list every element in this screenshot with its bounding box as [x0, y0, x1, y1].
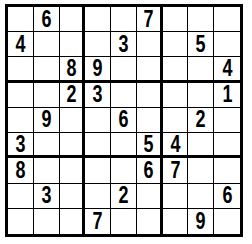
- cell-given-r5c5: 6: [111, 108, 137, 133]
- given-digit: 3: [93, 83, 103, 106]
- cell-given-r7c7: 7: [163, 158, 189, 183]
- given-digit: 8: [15, 159, 25, 182]
- cell-given-r5c8: 2: [188, 108, 214, 133]
- cell-given-r8c5: 2: [111, 184, 137, 209]
- given-digit: 9: [93, 57, 103, 80]
- cell-empty-r2c2[interactable]: [34, 32, 60, 57]
- cell-given-r2c1: 4: [8, 32, 34, 57]
- cell-empty-r3c8[interactable]: [188, 57, 214, 82]
- cell-given-r7c6: 6: [137, 158, 163, 183]
- given-digit: 5: [143, 133, 153, 156]
- cell-empty-r3c7[interactable]: [163, 57, 189, 82]
- cell-empty-r6c3[interactable]: [60, 133, 86, 158]
- cell-empty-r7c3[interactable]: [60, 158, 86, 183]
- given-digit: 4: [222, 57, 232, 80]
- cell-empty-r1c9[interactable]: [214, 7, 240, 32]
- cell-given-r9c8: 9: [188, 209, 214, 234]
- given-digit: 3: [15, 133, 25, 156]
- cell-empty-r9c5[interactable]: [111, 209, 137, 234]
- given-digit: 6: [41, 8, 51, 31]
- cell-empty-r5c7[interactable]: [163, 108, 189, 133]
- cell-given-r3c9: 4: [214, 57, 240, 82]
- given-digit: 6: [222, 184, 232, 207]
- cell-empty-r9c1[interactable]: [8, 209, 34, 234]
- cell-empty-r1c7[interactable]: [163, 7, 189, 32]
- given-digit: 1: [222, 83, 232, 106]
- cell-empty-r6c2[interactable]: [34, 133, 60, 158]
- given-digit: 7: [93, 210, 103, 233]
- cell-given-r1c2: 6: [34, 7, 60, 32]
- given-digit: 2: [196, 108, 206, 131]
- cell-empty-r9c7[interactable]: [163, 209, 189, 234]
- cell-given-r6c6: 5: [137, 133, 163, 158]
- cell-empty-r4c5[interactable]: [111, 83, 137, 108]
- cell-empty-r8c6[interactable]: [137, 184, 163, 209]
- cell-empty-r9c6[interactable]: [137, 209, 163, 234]
- cell-empty-r1c5[interactable]: [111, 7, 137, 32]
- given-digit: 7: [170, 159, 180, 182]
- given-digit: 9: [196, 210, 206, 233]
- cell-empty-r8c8[interactable]: [188, 184, 214, 209]
- cell-empty-r2c3[interactable]: [60, 32, 86, 57]
- given-digit: 3: [119, 33, 129, 56]
- cell-given-r4c4: 3: [85, 83, 111, 108]
- cell-empty-r4c7[interactable]: [163, 83, 189, 108]
- cell-empty-r7c8[interactable]: [188, 158, 214, 183]
- cell-empty-r1c3[interactable]: [60, 7, 86, 32]
- cell-empty-r2c7[interactable]: [163, 32, 189, 57]
- cell-empty-r3c2[interactable]: [34, 57, 60, 82]
- cell-empty-r9c9[interactable]: [214, 209, 240, 234]
- cell-given-r5c2: 9: [34, 108, 60, 133]
- cell-empty-r3c6[interactable]: [137, 57, 163, 82]
- cell-empty-r6c4[interactable]: [85, 133, 111, 158]
- cell-empty-r5c6[interactable]: [137, 108, 163, 133]
- cell-empty-r8c3[interactable]: [60, 184, 86, 209]
- cell-empty-r5c3[interactable]: [60, 108, 86, 133]
- sudoku-page: 6743589423196235486732679: [0, 0, 252, 244]
- cell-empty-r2c9[interactable]: [214, 32, 240, 57]
- given-digit: 6: [143, 159, 153, 182]
- cell-empty-r2c6[interactable]: [137, 32, 163, 57]
- given-digit: 4: [15, 33, 25, 56]
- given-digit: 2: [66, 83, 76, 106]
- cell-empty-r9c2[interactable]: [34, 209, 60, 234]
- given-digit: 3: [41, 184, 51, 207]
- cell-empty-r3c1[interactable]: [8, 57, 34, 82]
- cell-given-r3c4: 9: [85, 57, 111, 82]
- cell-given-r8c2: 3: [34, 184, 60, 209]
- cell-given-r3c3: 8: [60, 57, 86, 82]
- cell-empty-r1c8[interactable]: [188, 7, 214, 32]
- cell-empty-r8c4[interactable]: [85, 184, 111, 209]
- cell-empty-r1c4[interactable]: [85, 7, 111, 32]
- sudoku-board: 6743589423196235486732679: [5, 4, 243, 237]
- cell-given-r2c5: 3: [111, 32, 137, 57]
- given-digit: 9: [41, 108, 51, 131]
- given-digit: 2: [119, 184, 129, 207]
- cell-empty-r5c9[interactable]: [214, 108, 240, 133]
- cell-given-r4c9: 1: [214, 83, 240, 108]
- cell-given-r1c6: 7: [137, 7, 163, 32]
- cell-given-r2c8: 5: [188, 32, 214, 57]
- cell-empty-r4c8[interactable]: [188, 83, 214, 108]
- cell-empty-r8c7[interactable]: [163, 184, 189, 209]
- cell-empty-r4c6[interactable]: [137, 83, 163, 108]
- cell-empty-r4c1[interactable]: [8, 83, 34, 108]
- cell-empty-r6c9[interactable]: [214, 133, 240, 158]
- cell-empty-r7c9[interactable]: [214, 158, 240, 183]
- cell-empty-r5c4[interactable]: [85, 108, 111, 133]
- cell-empty-r3c5[interactable]: [111, 57, 137, 82]
- given-digit: 8: [66, 57, 76, 80]
- cell-empty-r1c1[interactable]: [8, 7, 34, 32]
- cell-empty-r7c4[interactable]: [85, 158, 111, 183]
- given-digit: 4: [170, 133, 180, 156]
- cell-given-r4c3: 2: [60, 83, 86, 108]
- cell-given-r8c9: 6: [214, 184, 240, 209]
- cell-empty-r6c5[interactable]: [111, 133, 137, 158]
- cell-given-r9c4: 7: [85, 209, 111, 234]
- cell-empty-r7c2[interactable]: [34, 158, 60, 183]
- given-digit: 6: [119, 108, 129, 131]
- cell-empty-r8c1[interactable]: [8, 184, 34, 209]
- cell-given-r6c7: 4: [163, 133, 189, 158]
- cell-given-r7c1: 8: [8, 158, 34, 183]
- cell-empty-r7c5[interactable]: [111, 158, 137, 183]
- cell-given-r6c1: 3: [8, 133, 34, 158]
- given-digit: 5: [196, 33, 206, 56]
- cell-empty-r6c8[interactable]: [188, 133, 214, 158]
- cell-empty-r2c4[interactable]: [85, 32, 111, 57]
- cell-empty-r5c1[interactable]: [8, 108, 34, 133]
- cell-empty-r4c2[interactable]: [34, 83, 60, 108]
- given-digit: 7: [143, 8, 153, 31]
- cell-empty-r9c3[interactable]: [60, 209, 86, 234]
